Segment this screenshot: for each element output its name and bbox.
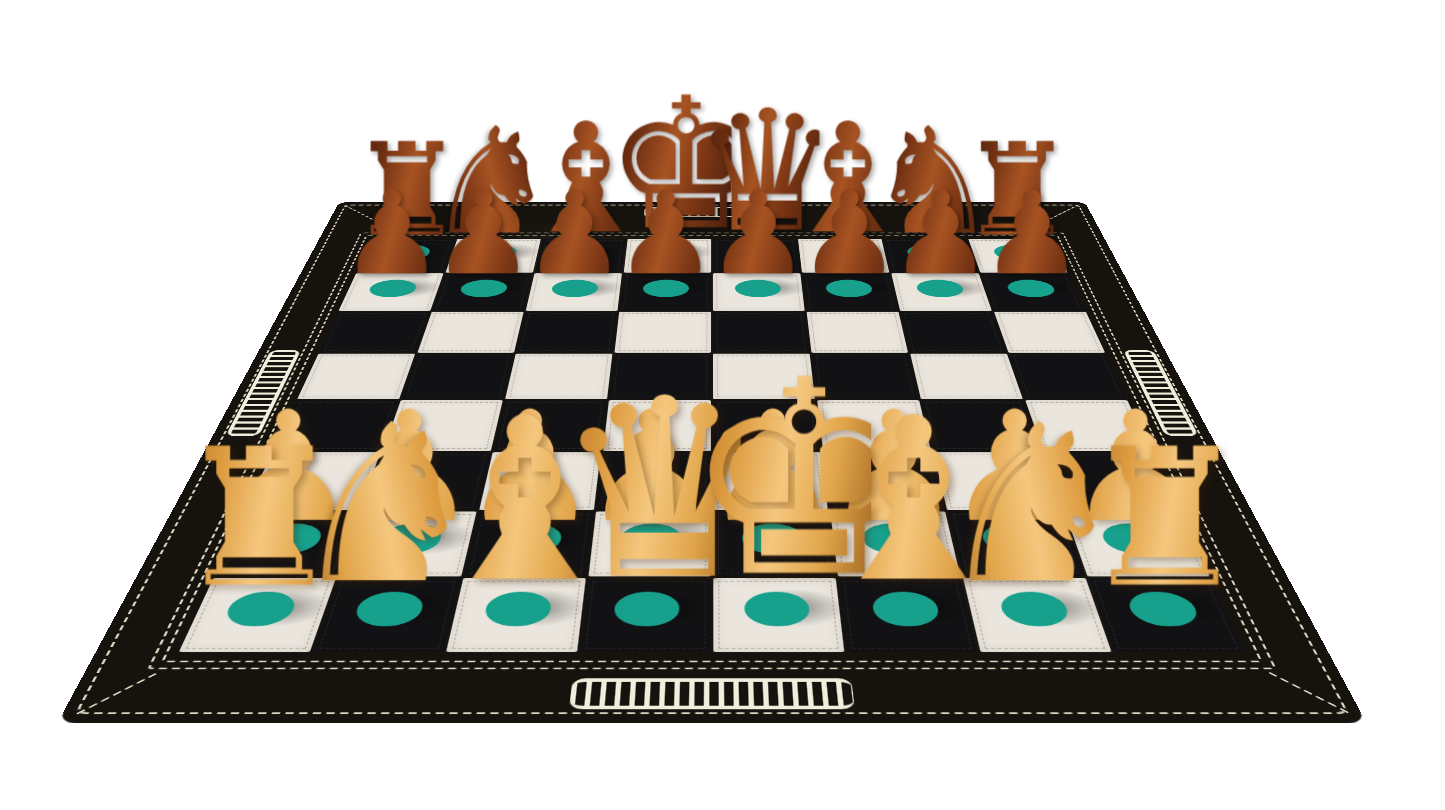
square-g8[interactable]	[883, 239, 978, 273]
square-d8[interactable]	[624, 239, 711, 273]
white-rook-h1[interactable]: ♜	[1071, 424, 1259, 615]
square-b8[interactable]	[446, 239, 541, 273]
square-a6[interactable]	[319, 311, 430, 352]
square-c8[interactable]	[535, 239, 626, 273]
square-e8[interactable]	[713, 239, 800, 273]
square-b6[interactable]	[417, 311, 523, 352]
chain-embroidery-bottom	[569, 678, 855, 709]
square-h8[interactable]	[968, 239, 1067, 273]
leather-chess-mat: ♜♞♝♚♛♝♞♜♟♟♟♟♟♟♟♟♟♟♟♟♟♟♟♟♜♞♝♛♚♝♞♜	[58, 202, 1367, 723]
square-h6[interactable]	[994, 311, 1105, 352]
chess-set-photo: ♜♞♝♚♛♝♞♜♟♟♟♟♟♟♟♟♟♟♟♟♟♟♟♟♜♞♝♛♚♝♞♜	[0, 0, 1445, 810]
square-c7[interactable]	[526, 273, 622, 310]
square-a7[interactable]	[339, 273, 444, 310]
square-f8[interactable]	[798, 239, 889, 273]
square-f7[interactable]	[802, 273, 898, 310]
square-d7[interactable]	[619, 273, 711, 310]
square-g7[interactable]	[891, 273, 992, 310]
square-e7[interactable]	[713, 273, 805, 310]
square-a8[interactable]	[356, 239, 455, 273]
square-h7[interactable]	[980, 273, 1085, 310]
square-b7[interactable]	[432, 273, 533, 310]
